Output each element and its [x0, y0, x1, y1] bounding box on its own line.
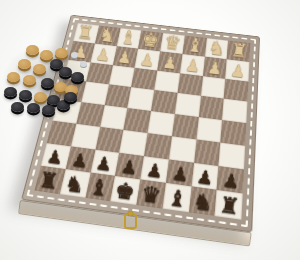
square-b4: [198, 96, 224, 120]
checker-black: [59, 67, 72, 77]
piece-white-bishop: ♝: [185, 35, 204, 56]
square-d1: ♛: [160, 33, 184, 54]
square-f8: ♝: [85, 173, 115, 201]
square-c1: ♝: [182, 35, 206, 56]
piece-white-pawn: ♟: [139, 51, 155, 69]
square-f3: [109, 65, 135, 88]
piece-white-bishop: ♝: [119, 27, 138, 47]
square-a6: [219, 142, 245, 169]
square-e8: ♚: [111, 176, 141, 205]
piece-black-pawn: ♟: [95, 154, 113, 174]
piece-white-rook: ♜: [230, 40, 249, 61]
piece-black-bishop: ♝: [166, 186, 189, 211]
square-a2: ♟: [225, 59, 249, 81]
piece-black-pawn: ♟: [222, 171, 241, 192]
square-e7: ♟: [115, 152, 144, 179]
piece-white-king: ♚: [141, 30, 160, 50]
checker-tan: [55, 48, 68, 58]
piece-black-pawn: ♟: [196, 168, 215, 188]
checker-black: [11, 102, 24, 112]
square-d7: ♟: [140, 156, 168, 183]
square-b8: ♞: [189, 187, 217, 216]
square-b2: ♟: [203, 56, 227, 78]
piece-black-pawn: ♟: [120, 158, 138, 178]
square-b7: ♟: [191, 162, 219, 190]
square-b6: [194, 139, 221, 166]
square-a4: [222, 99, 247, 123]
piece-black-pawn: ♟: [70, 151, 88, 171]
square-c4: [175, 93, 201, 117]
square-b5: [196, 117, 222, 142]
square-c2: ♟: [180, 54, 205, 76]
square-g7: ♟: [65, 146, 95, 173]
checker-black: [27, 103, 40, 113]
square-e2: ♟: [135, 49, 160, 71]
piece-white-queen: ♛: [163, 32, 182, 53]
piece-black-rook: ♜: [218, 193, 241, 218]
brass-clasp-icon: [124, 214, 137, 229]
square-d6: [144, 133, 172, 159]
checker-black: [71, 72, 84, 82]
piece-white-pawn: ♟: [161, 54, 178, 72]
square-c7: ♟: [166, 159, 194, 187]
checker-tan: [7, 72, 20, 82]
piece-black-pawn: ♟: [170, 165, 189, 185]
metal-fitting: [80, 61, 87, 67]
checker-tan: [33, 64, 46, 74]
piece-black-bishop: ♝: [88, 175, 110, 199]
checker-black: [4, 87, 17, 97]
piece-white-pawn: ♟: [230, 62, 247, 80]
square-d3: [154, 70, 180, 93]
square-d5: [148, 111, 175, 136]
square-d2: ♟: [157, 51, 182, 73]
checker-tan: [34, 92, 47, 102]
checker-black: [64, 92, 77, 102]
checker-tan: [26, 45, 39, 55]
square-e5: [124, 108, 151, 133]
checker-black: [42, 105, 55, 115]
checker-tan: [18, 59, 31, 69]
square-c3: [177, 73, 202, 96]
piece-black-rook: ♜: [38, 168, 60, 192]
piece-black-pawn: ♟: [45, 148, 63, 168]
square-c8: ♝: [162, 183, 191, 212]
piece-white-pawn: ♟: [184, 56, 201, 74]
piece-black-king: ♚: [114, 179, 136, 203]
square-d4: [151, 90, 177, 114]
piece-white-knight: ♞: [207, 37, 226, 58]
piece-white-pawn: ♟: [117, 48, 133, 66]
piece-black-knight: ♞: [192, 190, 215, 215]
square-c6: [169, 136, 196, 162]
square-e1: ♚: [138, 30, 163, 51]
square-a5: [221, 120, 247, 145]
checker-black: [19, 90, 32, 100]
checker-tan: [40, 50, 53, 60]
piece-black-queen: ♛: [140, 182, 162, 207]
checkers-pile: [0, 0, 110, 135]
checker-black: [41, 78, 54, 88]
piece-black-pawn: ♟: [145, 161, 164, 181]
square-e4: [128, 87, 155, 111]
piece-black-knight: ♞: [63, 172, 85, 196]
square-a7: ♟: [217, 166, 244, 194]
square-e6: [120, 130, 148, 156]
square-d8: ♛: [136, 180, 165, 209]
square-a1: ♜: [227, 41, 250, 62]
square-b1: ♞: [205, 38, 229, 59]
square-a8: ♜: [215, 190, 243, 220]
square-h7: ♟: [41, 143, 71, 170]
metal-fitting: [71, 52, 78, 58]
square-c5: [172, 114, 199, 139]
checker-tan: [23, 75, 36, 85]
chess-set-photo: ♜♞♝♚♛♝♞♜♟♟♟♟♟♟♟♟♟♟♟♟♟♟♟♟♜♞♝♚♛♝♞♜: [0, 0, 300, 260]
piece-white-pawn: ♟: [207, 59, 224, 77]
